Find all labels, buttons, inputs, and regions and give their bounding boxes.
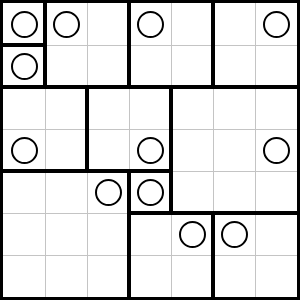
cell-r1c4[interactable] bbox=[171, 45, 213, 87]
cell-r2c2[interactable] bbox=[87, 87, 129, 129]
cell-r1c1[interactable] bbox=[45, 45, 87, 87]
circle-marker bbox=[263, 137, 290, 164]
cell-grid bbox=[3, 3, 297, 297]
cell-r3c2[interactable] bbox=[87, 129, 129, 171]
cell-r3c3[interactable] bbox=[129, 129, 171, 171]
cell-r3c5[interactable] bbox=[213, 129, 255, 171]
circle-marker bbox=[263, 11, 290, 38]
cell-r3c6[interactable] bbox=[255, 129, 297, 171]
circle-marker bbox=[137, 137, 164, 164]
cell-r5c1[interactable] bbox=[45, 213, 87, 255]
circle-marker bbox=[11, 11, 38, 38]
cell-r5c0[interactable] bbox=[3, 213, 45, 255]
cell-r4c1[interactable] bbox=[45, 171, 87, 213]
cell-r4c3[interactable] bbox=[129, 171, 171, 213]
cell-r6c5[interactable] bbox=[213, 255, 255, 297]
cell-r2c5[interactable] bbox=[213, 87, 255, 129]
circle-marker bbox=[11, 53, 38, 80]
cell-r5c3[interactable] bbox=[129, 213, 171, 255]
cell-r0c0[interactable] bbox=[3, 3, 45, 45]
cell-r1c6[interactable] bbox=[255, 45, 297, 87]
cell-r4c4[interactable] bbox=[171, 171, 213, 213]
cell-r4c2[interactable] bbox=[87, 171, 129, 213]
cell-r1c0[interactable] bbox=[3, 45, 45, 87]
cell-r2c1[interactable] bbox=[45, 87, 87, 129]
cell-r6c6[interactable] bbox=[255, 255, 297, 297]
cell-r6c0[interactable] bbox=[3, 255, 45, 297]
cell-r1c2[interactable] bbox=[87, 45, 129, 87]
cell-r2c4[interactable] bbox=[171, 87, 213, 129]
cell-r1c5[interactable] bbox=[213, 45, 255, 87]
cell-r3c4[interactable] bbox=[171, 129, 213, 171]
cell-r2c3[interactable] bbox=[129, 87, 171, 129]
cell-r3c0[interactable] bbox=[3, 129, 45, 171]
cell-r6c2[interactable] bbox=[87, 255, 129, 297]
circle-marker bbox=[95, 179, 122, 206]
cell-r1c3[interactable] bbox=[129, 45, 171, 87]
cell-r5c2[interactable] bbox=[87, 213, 129, 255]
circle-marker bbox=[53, 11, 80, 38]
cell-r6c1[interactable] bbox=[45, 255, 87, 297]
circle-marker bbox=[137, 11, 164, 38]
cell-r4c6[interactable] bbox=[255, 171, 297, 213]
circle-marker bbox=[179, 221, 206, 248]
puzzle-board bbox=[0, 0, 300, 300]
cell-r4c0[interactable] bbox=[3, 171, 45, 213]
cell-r2c6[interactable] bbox=[255, 87, 297, 129]
cell-r2c0[interactable] bbox=[3, 87, 45, 129]
cell-r0c4[interactable] bbox=[171, 3, 213, 45]
cell-r3c1[interactable] bbox=[45, 129, 87, 171]
circle-marker bbox=[137, 179, 164, 206]
cell-r6c3[interactable] bbox=[129, 255, 171, 297]
cell-r5c5[interactable] bbox=[213, 213, 255, 255]
cell-r0c6[interactable] bbox=[255, 3, 297, 45]
circle-marker bbox=[11, 137, 38, 164]
cell-r0c3[interactable] bbox=[129, 3, 171, 45]
cell-r0c5[interactable] bbox=[213, 3, 255, 45]
cell-r0c1[interactable] bbox=[45, 3, 87, 45]
cell-r5c6[interactable] bbox=[255, 213, 297, 255]
cell-r6c4[interactable] bbox=[171, 255, 213, 297]
cell-r0c2[interactable] bbox=[87, 3, 129, 45]
circle-marker bbox=[221, 221, 248, 248]
cell-r5c4[interactable] bbox=[171, 213, 213, 255]
cell-r4c5[interactable] bbox=[213, 171, 255, 213]
